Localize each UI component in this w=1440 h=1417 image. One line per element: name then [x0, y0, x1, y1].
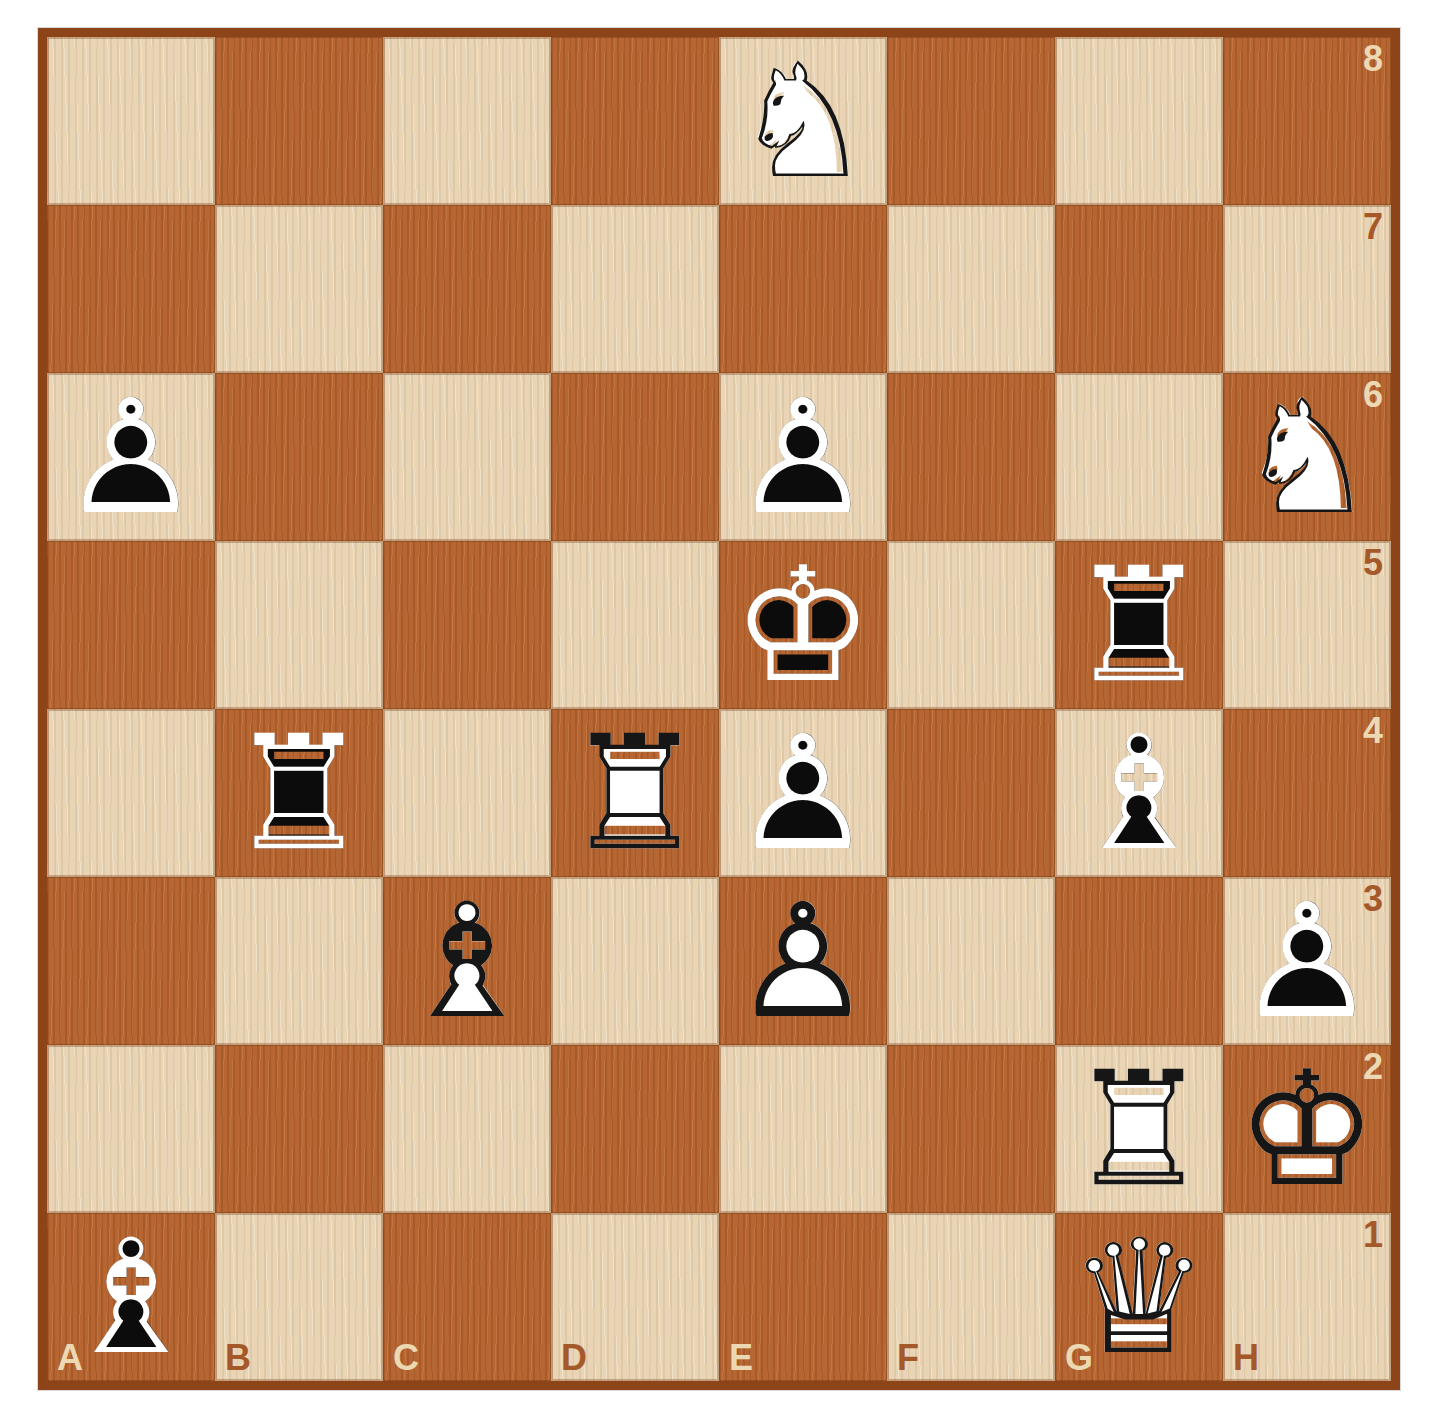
- square-d2[interactable]: [551, 1045, 719, 1213]
- square-f7[interactable]: [887, 205, 1055, 373]
- square-c3[interactable]: ♝♗: [383, 877, 551, 1045]
- white-knight-outline-icon: ♘: [719, 37, 887, 205]
- square-h6[interactable]: ♞♘6: [1223, 373, 1391, 541]
- square-e4[interactable]: ♟♙: [719, 709, 887, 877]
- square-d7[interactable]: [551, 205, 719, 373]
- rank-label-4: 4: [1363, 713, 1383, 749]
- square-e8[interactable]: ♞♘: [719, 37, 887, 205]
- file-label-G: G: [1065, 1340, 1093, 1376]
- square-b5[interactable]: [215, 541, 383, 709]
- square-h1[interactable]: 1H: [1223, 1213, 1391, 1381]
- square-e1[interactable]: E: [719, 1213, 887, 1381]
- white-bishop-outline-icon: ♗: [383, 877, 551, 1045]
- chess-board: ♞♘87♟♙♟♙♞♘6♚♔♜♖5♜♖♜♖♟♙♝♗4♝♗♟♙♟♙3♜♖♚♔2♝♗A…: [47, 37, 1391, 1381]
- white-pawn-e3[interactable]: ♟♙: [719, 877, 887, 1045]
- black-rook-outline-icon: ♖: [1055, 541, 1223, 709]
- square-b2[interactable]: [215, 1045, 383, 1213]
- square-g3[interactable]: [1055, 877, 1223, 1045]
- chess-board-frame: ♞♘87♟♙♟♙♞♘6♚♔♜♖5♜♖♜♖♟♙♝♗4♝♗♟♙♟♙3♜♖♚♔2♝♗A…: [38, 28, 1400, 1390]
- square-e7[interactable]: [719, 205, 887, 373]
- file-label-A: A: [57, 1340, 83, 1376]
- square-b4[interactable]: ♜♖: [215, 709, 383, 877]
- white-knight-e8[interactable]: ♞♘: [719, 37, 887, 205]
- white-rook-d4[interactable]: ♜♖: [551, 709, 719, 877]
- rank-label-8: 8: [1363, 41, 1383, 77]
- square-c2[interactable]: [383, 1045, 551, 1213]
- square-f1[interactable]: F: [887, 1213, 1055, 1381]
- black-rook-g5[interactable]: ♜♖: [1055, 541, 1223, 709]
- square-f2[interactable]: [887, 1045, 1055, 1213]
- square-d6[interactable]: [551, 373, 719, 541]
- rank-label-6: 6: [1363, 377, 1383, 413]
- black-pawn-outline-icon: ♙: [719, 709, 887, 877]
- square-a5[interactable]: [47, 541, 215, 709]
- square-d3[interactable]: [551, 877, 719, 1045]
- square-h4[interactable]: 4: [1223, 709, 1391, 877]
- black-pawn-e4[interactable]: ♟♙: [719, 709, 887, 877]
- file-label-D: D: [561, 1340, 587, 1376]
- square-d5[interactable]: [551, 541, 719, 709]
- square-h2[interactable]: ♚♔2: [1223, 1045, 1391, 1213]
- square-f6[interactable]: [887, 373, 1055, 541]
- square-g4[interactable]: ♝♗: [1055, 709, 1223, 877]
- file-label-F: F: [897, 1340, 919, 1376]
- square-c1[interactable]: C: [383, 1213, 551, 1381]
- white-rook-outline-icon: ♖: [551, 709, 719, 877]
- square-g1[interactable]: ♛♕G: [1055, 1213, 1223, 1381]
- square-g7[interactable]: [1055, 205, 1223, 373]
- square-d8[interactable]: [551, 37, 719, 205]
- square-h5[interactable]: 5: [1223, 541, 1391, 709]
- square-a1[interactable]: ♝♗A: [47, 1213, 215, 1381]
- white-bishop-c3[interactable]: ♝♗: [383, 877, 551, 1045]
- square-c4[interactable]: [383, 709, 551, 877]
- black-bishop-outline-icon: ♗: [1055, 709, 1223, 877]
- square-g2[interactable]: ♜♖: [1055, 1045, 1223, 1213]
- file-label-E: E: [729, 1340, 753, 1376]
- square-h8[interactable]: 8: [1223, 37, 1391, 205]
- square-e2[interactable]: [719, 1045, 887, 1213]
- white-rook-g2[interactable]: ♜♖: [1055, 1045, 1223, 1213]
- file-label-B: B: [225, 1340, 251, 1376]
- square-f3[interactable]: [887, 877, 1055, 1045]
- square-f8[interactable]: [887, 37, 1055, 205]
- square-e6[interactable]: ♟♙: [719, 373, 887, 541]
- file-label-C: C: [393, 1340, 419, 1376]
- square-a6[interactable]: ♟♙: [47, 373, 215, 541]
- file-label-H: H: [1233, 1340, 1259, 1376]
- square-h3[interactable]: ♟♙3: [1223, 877, 1391, 1045]
- black-rook-b4[interactable]: ♜♖: [215, 709, 383, 877]
- square-c5[interactable]: [383, 541, 551, 709]
- white-pawn-outline-icon: ♙: [719, 877, 887, 1045]
- rank-label-5: 5: [1363, 545, 1383, 581]
- black-pawn-outline-icon: ♙: [47, 373, 215, 541]
- square-g6[interactable]: [1055, 373, 1223, 541]
- square-b3[interactable]: [215, 877, 383, 1045]
- black-king-outline-icon: ♔: [719, 541, 887, 709]
- black-rook-outline-icon: ♖: [215, 709, 383, 877]
- black-pawn-e6[interactable]: ♟♙: [719, 373, 887, 541]
- square-d1[interactable]: D: [551, 1213, 719, 1381]
- white-rook-outline-icon: ♖: [1055, 1045, 1223, 1213]
- black-pawn-a6[interactable]: ♟♙: [47, 373, 215, 541]
- square-e3[interactable]: ♟♙: [719, 877, 887, 1045]
- square-c6[interactable]: [383, 373, 551, 541]
- rank-label-3: 3: [1363, 881, 1383, 917]
- square-b6[interactable]: [215, 373, 383, 541]
- square-b7[interactable]: [215, 205, 383, 373]
- square-a7[interactable]: [47, 205, 215, 373]
- square-d4[interactable]: ♜♖: [551, 709, 719, 877]
- rank-label-1: 1: [1363, 1217, 1383, 1253]
- square-f5[interactable]: [887, 541, 1055, 709]
- square-b8[interactable]: [215, 37, 383, 205]
- square-a8[interactable]: [47, 37, 215, 205]
- black-bishop-g4[interactable]: ♝♗: [1055, 709, 1223, 877]
- square-c8[interactable]: [383, 37, 551, 205]
- black-pawn-outline-icon: ♙: [719, 373, 887, 541]
- square-h7[interactable]: 7: [1223, 205, 1391, 373]
- square-g5[interactable]: ♜♖: [1055, 541, 1223, 709]
- square-a3[interactable]: [47, 877, 215, 1045]
- square-a2[interactable]: [47, 1045, 215, 1213]
- square-c7[interactable]: [383, 205, 551, 373]
- square-b1[interactable]: B: [215, 1213, 383, 1381]
- square-g8[interactable]: [1055, 37, 1223, 205]
- rank-label-7: 7: [1363, 209, 1383, 245]
- square-f4[interactable]: [887, 709, 1055, 877]
- rank-label-2: 2: [1363, 1049, 1383, 1085]
- black-king-e5[interactable]: ♚♔: [719, 541, 887, 709]
- square-e5[interactable]: ♚♔: [719, 541, 887, 709]
- square-a4[interactable]: [47, 709, 215, 877]
